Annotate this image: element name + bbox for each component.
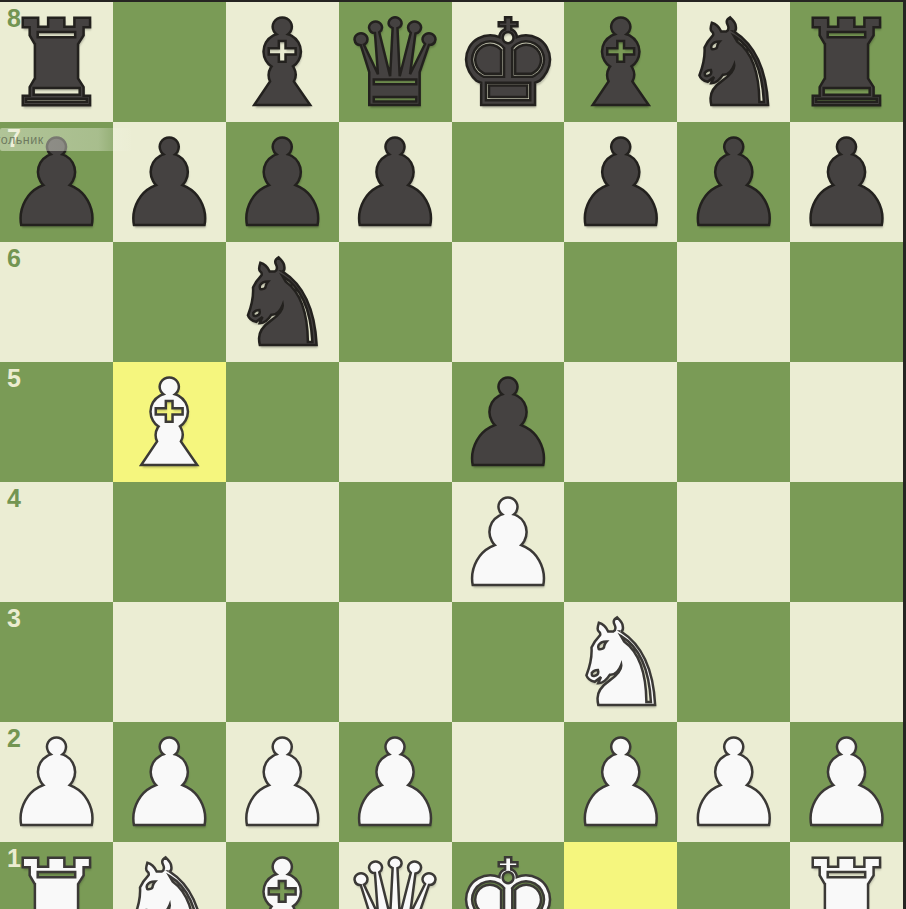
square-e2[interactable] (452, 722, 565, 842)
chess-board: ♜8♝♛♚♝♞♜♟7♟♟♟♟♟♟6♞5♝♟4♟3♞♟2♟♟♟♟♟♟♜1a♞b♝c… (0, 2, 903, 905)
white-rook-a1: ♜ (3, 844, 111, 909)
square-d4[interactable] (339, 482, 452, 602)
black-pawn-d7: ♟ (341, 124, 449, 244)
square-f6[interactable] (564, 242, 677, 362)
rank-label-5: 5 (7, 364, 21, 393)
white-pawn-a2: ♟ (3, 724, 111, 844)
white-pawn-g2: ♟ (680, 724, 788, 844)
square-b2[interactable]: ♟ (113, 722, 226, 842)
black-pawn-c7: ♟ (228, 124, 336, 244)
square-e6[interactable] (452, 242, 565, 362)
square-d3[interactable] (339, 602, 452, 722)
square-c6[interactable]: ♞ (226, 242, 339, 362)
square-e8[interactable]: ♚ (452, 2, 565, 122)
square-h1[interactable]: ♜h (790, 842, 903, 909)
square-h6[interactable] (790, 242, 903, 362)
square-c8[interactable]: ♝ (226, 2, 339, 122)
white-pawn-d2: ♟ (341, 724, 449, 844)
square-e4[interactable]: ♟ (452, 482, 565, 602)
white-king-e1: ♚ (454, 844, 562, 909)
square-a8[interactable]: ♜8 (0, 2, 113, 122)
rank-label-8: 8 (7, 4, 21, 33)
square-f5[interactable] (564, 362, 677, 482)
black-king-e8: ♚ (454, 4, 562, 124)
square-a2[interactable]: ♟2 (0, 722, 113, 842)
black-knight-c6: ♞ (228, 244, 336, 364)
square-g8[interactable]: ♞ (677, 2, 790, 122)
black-pawn-b7: ♟ (116, 124, 224, 244)
square-f2[interactable]: ♟ (564, 722, 677, 842)
square-c7[interactable]: ♟ (226, 122, 339, 242)
square-f1[interactable]: f (564, 842, 677, 909)
square-d7[interactable]: ♟ (339, 122, 452, 242)
square-c3[interactable] (226, 602, 339, 722)
square-g6[interactable] (677, 242, 790, 362)
square-h2[interactable]: ♟ (790, 722, 903, 842)
square-h5[interactable] (790, 362, 903, 482)
square-f3[interactable]: ♞ (564, 602, 677, 722)
white-knight-f3: ♞ (567, 604, 675, 724)
square-g3[interactable] (677, 602, 790, 722)
square-h8[interactable]: ♜ (790, 2, 903, 122)
square-d8[interactable]: ♛ (339, 2, 452, 122)
white-bishop-b5: ♝ (116, 364, 224, 484)
white-pawn-b2: ♟ (116, 724, 224, 844)
square-b3[interactable] (113, 602, 226, 722)
square-a4[interactable]: 4 (0, 482, 113, 602)
square-d6[interactable] (339, 242, 452, 362)
square-e3[interactable] (452, 602, 565, 722)
black-pawn-e5: ♟ (454, 364, 562, 484)
black-rook-h8: ♜ (793, 4, 901, 124)
square-d2[interactable]: ♟ (339, 722, 452, 842)
square-g1[interactable]: g (677, 842, 790, 909)
white-knight-b1: ♞ (116, 844, 224, 909)
rank-label-1: 1 (7, 844, 21, 873)
rank-label-6: 6 (7, 244, 21, 273)
black-pawn-g7: ♟ (680, 124, 788, 244)
tooltip-artifact-text: гольник (0, 133, 44, 147)
square-g7[interactable]: ♟ (677, 122, 790, 242)
black-bishop-c8: ♝ (228, 4, 336, 124)
page-background: ♜8♝♛♚♝♞♜♟7♟♟♟♟♟♟6♞5♝♟4♟3♞♟2♟♟♟♟♟♟♜1a♞b♝c… (0, 0, 906, 909)
square-g5[interactable] (677, 362, 790, 482)
square-f8[interactable]: ♝ (564, 2, 677, 122)
rank-label-3: 3 (7, 604, 21, 633)
square-e5[interactable]: ♟ (452, 362, 565, 482)
white-pawn-f2: ♟ (567, 724, 675, 844)
square-e1[interactable]: ♚e (452, 842, 565, 909)
square-a6[interactable]: 6 (0, 242, 113, 362)
black-bishop-f8: ♝ (567, 4, 675, 124)
square-b5[interactable]: ♝ (113, 362, 226, 482)
square-b6[interactable] (113, 242, 226, 362)
rank-label-4: 4 (7, 484, 21, 513)
square-e7[interactable] (452, 122, 565, 242)
white-bishop-c1: ♝ (228, 844, 336, 909)
square-a1[interactable]: ♜1a (0, 842, 113, 909)
square-g2[interactable]: ♟ (677, 722, 790, 842)
black-pawn-h7: ♟ (793, 124, 901, 244)
square-b8[interactable] (113, 2, 226, 122)
white-pawn-e4: ♟ (454, 484, 562, 604)
square-a3[interactable]: 3 (0, 602, 113, 722)
square-c5[interactable] (226, 362, 339, 482)
square-c2[interactable]: ♟ (226, 722, 339, 842)
square-f7[interactable]: ♟ (564, 122, 677, 242)
square-h4[interactable] (790, 482, 903, 602)
square-h3[interactable] (790, 602, 903, 722)
square-b1[interactable]: ♞b (113, 842, 226, 909)
translation-tooltip-artifact: гольник (0, 128, 131, 151)
square-g4[interactable] (677, 482, 790, 602)
black-knight-g8: ♞ (680, 4, 788, 124)
white-pawn-c2: ♟ (228, 724, 336, 844)
square-c1[interactable]: ♝c (226, 842, 339, 909)
black-pawn-f7: ♟ (567, 124, 675, 244)
black-queen-d8: ♛ (341, 4, 449, 124)
square-c4[interactable] (226, 482, 339, 602)
white-rook-h1: ♜ (793, 844, 901, 909)
square-f4[interactable] (564, 482, 677, 602)
square-b4[interactable] (113, 482, 226, 602)
white-pawn-h2: ♟ (793, 724, 901, 844)
white-queen-d1: ♛ (341, 844, 449, 909)
rank-label-2: 2 (7, 724, 21, 753)
square-h7[interactable]: ♟ (790, 122, 903, 242)
black-rook-a8: ♜ (3, 4, 111, 124)
square-a5[interactable]: 5 (0, 362, 113, 482)
square-d1[interactable]: ♛d (339, 842, 452, 909)
square-d5[interactable] (339, 362, 452, 482)
